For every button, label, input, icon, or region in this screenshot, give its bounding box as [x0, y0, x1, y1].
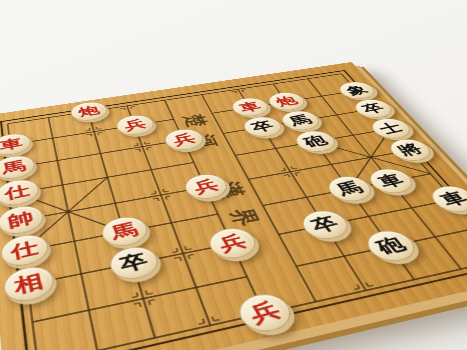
red-soldier-glyph: 兵 — [122, 118, 148, 132]
black-cannon-glyph: 砲 — [301, 134, 330, 149]
black-advisor-glyph: 士 — [376, 121, 405, 136]
black-horse-glyph: 馬 — [334, 180, 366, 198]
board-perspective-wrap: 楚河漢界 車馬仕帥仕相炮馬兵兵兵兵兵車炮馬砲馬砲卒卒卒車象卒士將車 — [0, 0, 467, 350]
red-soldier-glyph: 兵 — [170, 132, 197, 147]
red-advisor-glyph: 仕 — [9, 239, 40, 261]
red-cannon-glyph: 炮 — [77, 104, 102, 118]
black-chariot-glyph: 車 — [437, 189, 467, 208]
red-general-glyph: 帥 — [6, 210, 35, 230]
red-chariot-glyph: 車 — [0, 137, 24, 152]
black-cannon-glyph: 砲 — [373, 235, 409, 257]
red-horse-glyph: 馬 — [1, 159, 27, 176]
xiangqi-board: 楚河漢界 車馬仕帥仕相炮馬兵兵兵兵兵車炮馬砲馬砲卒卒卒車象卒士將車 — [0, 62, 467, 350]
black-general-glyph: 將 — [395, 142, 426, 158]
black-horse-glyph: 馬 — [287, 113, 315, 127]
black-soldier-glyph: 卒 — [308, 214, 342, 235]
red-horse-glyph: 馬 — [109, 221, 140, 242]
black-soldier-glyph: 卒 — [249, 119, 277, 133]
black-soldier-glyph: 卒 — [117, 251, 150, 274]
red-cannon-glyph: 炮 — [273, 95, 300, 108]
black-soldier-glyph: 卒 — [359, 102, 387, 115]
red-advisor-glyph: 仕 — [3, 183, 31, 201]
black-elephant-glyph: 象 — [344, 84, 371, 96]
red-soldier-glyph: 兵 — [246, 299, 284, 326]
xiangqi-photo-scene: 楚河漢界 車馬仕帥仕相炮馬兵兵兵兵兵車炮馬砲馬砲卒卒卒車象卒士將車 — [0, 0, 467, 350]
red-chariot-glyph: 車 — [237, 100, 263, 113]
red-soldier-glyph: 兵 — [216, 232, 250, 254]
black-chariot-glyph: 車 — [375, 172, 407, 190]
red-soldier-glyph: 兵 — [191, 177, 221, 195]
red-elephant-glyph: 相 — [13, 271, 45, 296]
